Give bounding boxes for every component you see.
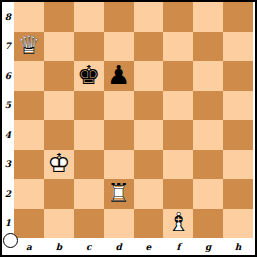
square-h5[interactable] — [223, 91, 253, 121]
square-g4[interactable] — [193, 120, 223, 150]
square-f8[interactable] — [163, 2, 193, 32]
square-h2[interactable] — [223, 179, 253, 209]
file-label-g: g — [193, 238, 223, 255]
square-b5[interactable] — [44, 91, 74, 121]
rank-label-7: 7 — [2, 32, 14, 62]
square-b1[interactable] — [44, 209, 74, 239]
square-b3[interactable] — [44, 150, 74, 180]
square-a1[interactable] — [14, 209, 44, 239]
white-to-move-indicator — [3, 233, 18, 248]
square-b7[interactable] — [44, 32, 74, 62]
square-b8[interactable] — [44, 2, 74, 32]
square-b6[interactable] — [44, 61, 74, 91]
square-f7[interactable] — [163, 32, 193, 62]
square-e6[interactable] — [134, 61, 164, 91]
square-a4[interactable] — [14, 120, 44, 150]
square-b2[interactable] — [44, 179, 74, 209]
square-g8[interactable] — [193, 2, 223, 32]
square-f1[interactable] — [163, 209, 193, 239]
square-c5[interactable] — [74, 91, 104, 121]
file-label-e: e — [134, 238, 164, 255]
square-a7[interactable] — [14, 32, 44, 62]
square-a2[interactable] — [14, 179, 44, 209]
chess-board[interactable]: ♛♕♚♟♚♔♜♖♝♗ — [14, 2, 253, 238]
square-f3[interactable] — [163, 150, 193, 180]
rank-label-6: 6 — [2, 61, 14, 91]
square-d7[interactable] — [104, 32, 134, 62]
square-g6[interactable] — [193, 61, 223, 91]
square-e1[interactable] — [134, 209, 164, 239]
file-label-c: c — [74, 238, 104, 255]
square-a5[interactable] — [14, 91, 44, 121]
file-label-h: h — [223, 238, 253, 255]
square-f4[interactable] — [163, 120, 193, 150]
chess-diagram: ♛♕♚♟♚♔♜♖♝♗ 87654321 abcdefgh — [0, 0, 257, 257]
square-d6[interactable] — [104, 61, 134, 91]
rank-label-2: 2 — [2, 179, 14, 209]
square-a3[interactable] — [14, 150, 44, 180]
square-f6[interactable] — [163, 61, 193, 91]
square-e7[interactable] — [134, 32, 164, 62]
square-d3[interactable] — [104, 150, 134, 180]
square-c3[interactable] — [74, 150, 104, 180]
square-h6[interactable] — [223, 61, 253, 91]
square-g5[interactable] — [193, 91, 223, 121]
square-g3[interactable] — [193, 150, 223, 180]
square-c4[interactable] — [74, 120, 104, 150]
file-label-d: d — [104, 238, 134, 255]
square-g2[interactable] — [193, 179, 223, 209]
square-e3[interactable] — [134, 150, 164, 180]
square-a8[interactable] — [14, 2, 44, 32]
square-h7[interactable] — [223, 32, 253, 62]
square-h1[interactable] — [223, 209, 253, 239]
square-c6[interactable] — [74, 61, 104, 91]
file-labels: abcdefgh — [14, 238, 253, 255]
square-e2[interactable] — [134, 179, 164, 209]
file-label-a: a — [14, 238, 44, 255]
square-d5[interactable] — [104, 91, 134, 121]
square-g7[interactable] — [193, 32, 223, 62]
square-c1[interactable] — [74, 209, 104, 239]
file-label-b: b — [44, 238, 74, 255]
square-d4[interactable] — [104, 120, 134, 150]
rank-label-8: 8 — [2, 2, 14, 32]
square-h8[interactable] — [223, 2, 253, 32]
square-c8[interactable] — [74, 2, 104, 32]
square-g1[interactable] — [193, 209, 223, 239]
square-f5[interactable] — [163, 91, 193, 121]
square-e4[interactable] — [134, 120, 164, 150]
square-d2[interactable] — [104, 179, 134, 209]
square-d1[interactable] — [104, 209, 134, 239]
rank-label-5: 5 — [2, 91, 14, 121]
square-f2[interactable] — [163, 179, 193, 209]
square-c2[interactable] — [74, 179, 104, 209]
square-h4[interactable] — [223, 120, 253, 150]
square-d8[interactable] — [104, 2, 134, 32]
square-b4[interactable] — [44, 120, 74, 150]
file-label-f: f — [163, 238, 193, 255]
square-e8[interactable] — [134, 2, 164, 32]
square-e5[interactable] — [134, 91, 164, 121]
rank-labels: 87654321 — [2, 2, 14, 238]
rank-label-4: 4 — [2, 120, 14, 150]
square-a6[interactable] — [14, 61, 44, 91]
square-h3[interactable] — [223, 150, 253, 180]
square-c7[interactable] — [74, 32, 104, 62]
rank-label-3: 3 — [2, 150, 14, 180]
